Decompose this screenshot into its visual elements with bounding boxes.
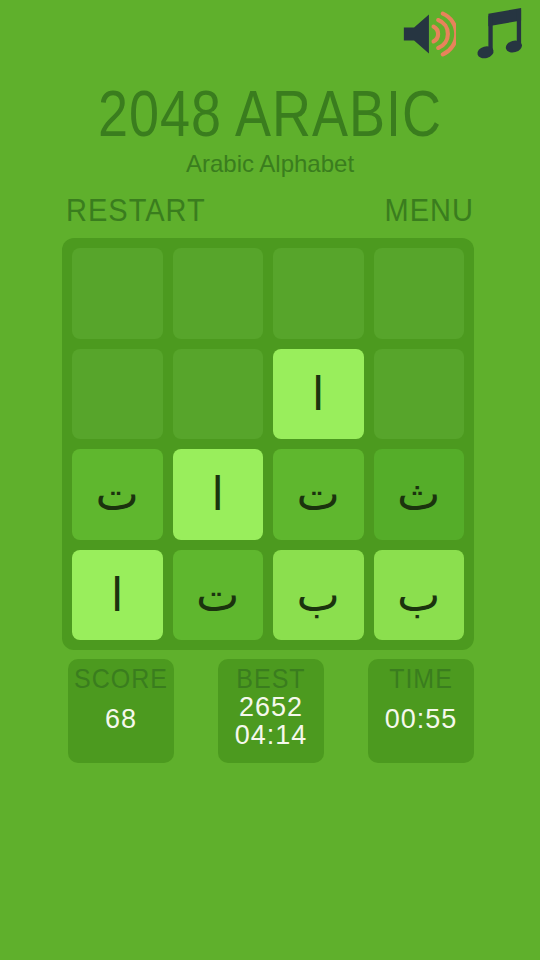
tile-2: ا	[273, 349, 364, 440]
empty-cell	[72, 349, 163, 440]
menu-button[interactable]: MENU	[385, 193, 474, 229]
empty-cell	[173, 349, 264, 440]
score-value: 68	[68, 704, 174, 735]
empty-cell	[72, 248, 163, 339]
stats-row: SCORE 68 BEST 2652 04:14 TIME 00:55	[68, 659, 474, 763]
empty-cell	[374, 248, 465, 339]
empty-cell	[273, 248, 364, 339]
menu-row: RESTART MENU	[66, 194, 474, 227]
restart-button[interactable]: RESTART	[66, 193, 206, 229]
tile-2: ا	[173, 449, 264, 540]
tile-16: ث	[374, 449, 465, 540]
best-score-value: 2652	[218, 693, 324, 721]
tile-4: ب	[273, 550, 364, 641]
music-toggle-icon[interactable]	[472, 8, 524, 60]
page-title: 2048 ARABIC	[0, 76, 540, 150]
tile-8: ت	[273, 449, 364, 540]
tile-4: ب	[374, 550, 465, 641]
empty-cell	[374, 349, 465, 440]
best-label: BEST	[218, 663, 324, 695]
score-panel: SCORE 68	[68, 659, 174, 763]
app-screen: 2048 ARABIC Arabic Alphabet RESTART MENU…	[0, 0, 540, 960]
best-panel: BEST 2652 04:14	[218, 659, 324, 763]
empty-cell	[173, 248, 264, 339]
best-time-value: 04:14	[218, 721, 324, 749]
time-panel: TIME 00:55	[368, 659, 474, 763]
time-value: 00:55	[368, 704, 474, 735]
tile-8: ت	[173, 550, 264, 641]
board[interactable]: اتاتثاتبب	[62, 238, 474, 650]
tile-8: ت	[72, 449, 163, 540]
sound-toggle-icon[interactable]	[400, 8, 456, 60]
page-subtitle: Arabic Alphabet	[0, 150, 540, 178]
top-icon-bar	[400, 8, 524, 60]
score-label: SCORE	[68, 663, 174, 695]
time-label: TIME	[368, 663, 474, 695]
tile-2: ا	[72, 550, 163, 641]
